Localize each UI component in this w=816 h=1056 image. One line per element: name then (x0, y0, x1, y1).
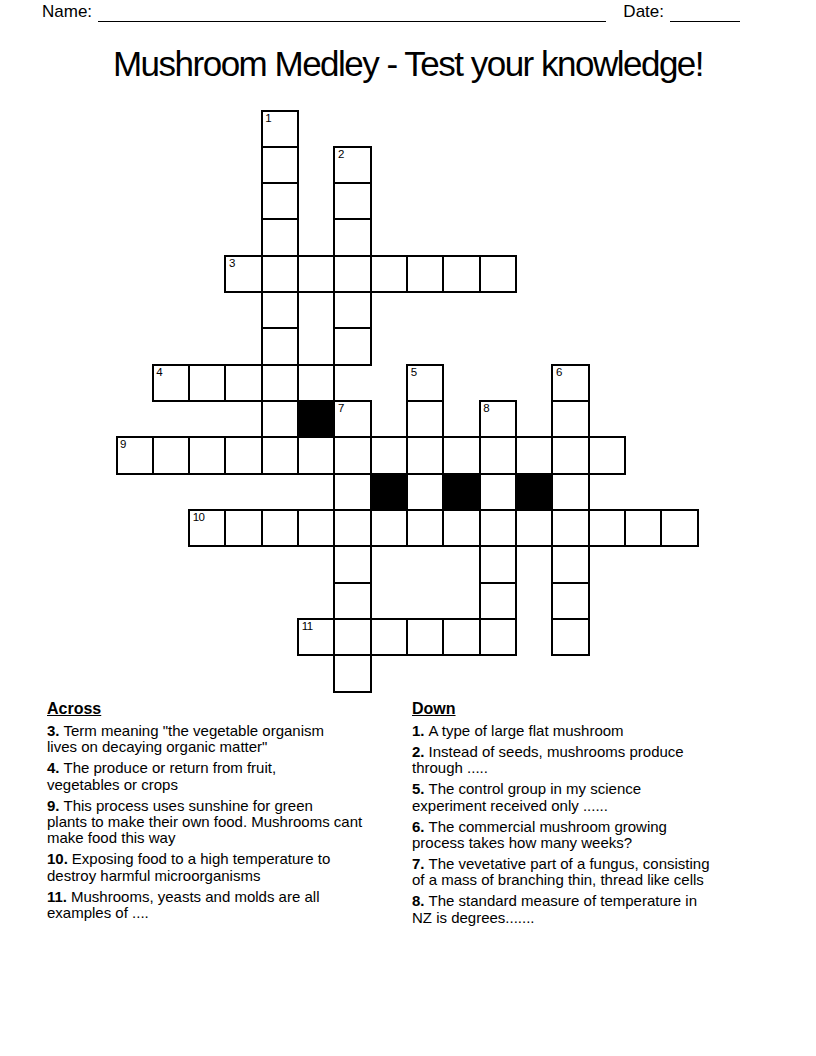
grid-cell[interactable] (333, 473, 371, 511)
clue-item: 6.The commercial mushroom growing proces… (412, 819, 804, 852)
grid-cell[interactable] (588, 509, 626, 547)
grid-cell[interactable] (479, 618, 517, 656)
black-cell (370, 473, 408, 511)
grid-cell[interactable]: 7 (333, 400, 371, 438)
grid-cell[interactable]: 9 (116, 436, 154, 474)
grid-cell[interactable] (406, 255, 444, 293)
cell-number: 8 (483, 402, 489, 415)
clue-number: 6. (412, 818, 425, 835)
clue-text: The control group in my science experime… (412, 780, 641, 813)
grid-cell[interactable] (370, 436, 408, 474)
cell-number: 1 (265, 112, 271, 125)
clue-text: The vevetative part of a fungus, consist… (412, 855, 710, 888)
across-heading: Across (47, 700, 412, 718)
clue-text: Exposing food to a high temperature to d… (47, 850, 330, 883)
clue-text: The commercial mushroom growing process … (412, 818, 667, 851)
clue-text: A type of large flat mushroom (429, 722, 624, 739)
grid-cell[interactable] (297, 364, 335, 402)
clue-number: 2. (412, 743, 425, 760)
grid-cell[interactable] (551, 582, 589, 620)
clue-number: 1. (412, 722, 425, 739)
grid-cell[interactable]: 11 (297, 618, 335, 656)
across-clue-list: 3.Term meaning "the vegetable organism l… (47, 723, 412, 921)
grid-cell[interactable] (551, 436, 589, 474)
grid-cell[interactable] (261, 364, 299, 402)
grid-cell[interactable] (551, 618, 589, 656)
grid-cell[interactable] (442, 255, 480, 293)
grid-cell[interactable] (261, 218, 299, 256)
clue-item: 4.The produce or return from fruit, vege… (47, 760, 412, 793)
grid-cell[interactable] (261, 400, 299, 438)
worksheet-page: Name: Date: Mushroom Medley - Test your … (0, 0, 816, 1056)
grid-cell[interactable] (333, 618, 371, 656)
grid-cell[interactable] (551, 473, 589, 511)
cell-number: 2 (338, 148, 344, 161)
grid-cell[interactable] (333, 582, 371, 620)
grid-cell[interactable] (333, 509, 371, 547)
grid-cell[interactable] (333, 218, 371, 256)
clue-item: 2.Instead of seeds, mushrooms produce th… (412, 744, 804, 777)
grid-cell[interactable]: 5 (406, 364, 444, 402)
grid-cell[interactable]: 2 (333, 146, 371, 184)
cell-number: 9 (120, 438, 126, 451)
clue-text: The standard measure of temperature in N… (412, 892, 697, 925)
black-cell (297, 400, 335, 438)
clue-item: 7.The vevetative part of a fungus, consi… (412, 856, 804, 889)
clue-number: 4. (47, 759, 60, 776)
grid-cell[interactable] (224, 436, 262, 474)
clue-number: 10. (47, 850, 68, 867)
clue-item: 9.This process uses sunshine for green p… (47, 798, 412, 847)
black-cell (515, 473, 553, 511)
grid-cell[interactable]: 3 (224, 255, 262, 293)
grid-cell[interactable] (188, 436, 226, 474)
grid-cell[interactable] (660, 509, 698, 547)
down-heading: Down (412, 700, 804, 718)
grid-cell[interactable] (442, 618, 480, 656)
cell-number: 7 (338, 402, 344, 415)
grid-cell[interactable] (333, 182, 371, 220)
clue-number: 11. (47, 888, 67, 905)
grid-cell[interactable] (261, 182, 299, 220)
grid-cell[interactable] (370, 618, 408, 656)
grid-cell[interactable] (515, 509, 553, 547)
date-label: Date: (623, 1, 664, 22)
grid-cell[interactable] (297, 509, 335, 547)
grid-cell[interactable] (370, 255, 408, 293)
grid-cell[interactable] (442, 436, 480, 474)
clue-item: 3.Term meaning "the vegetable organism l… (47, 723, 412, 756)
date-input-line[interactable] (670, 2, 740, 22)
cell-number: 10 (193, 511, 205, 524)
clue-text: Instead of seeds, mushrooms produce thro… (412, 743, 684, 776)
clue-text: This process uses sunshine for green pla… (47, 797, 362, 847)
grid-cell[interactable] (333, 327, 371, 365)
grid-cell[interactable] (224, 364, 262, 402)
clue-item: 10.Exposing food to a high temperature t… (47, 851, 412, 884)
down-clue-list: 1.A type of large flat mushroom2.Instead… (412, 723, 804, 926)
grid-cell[interactable] (442, 509, 480, 547)
grid-cell[interactable]: 10 (188, 509, 226, 547)
cell-number: 6 (556, 366, 562, 379)
clue-number: 7. (412, 855, 425, 872)
grid-cell[interactable] (261, 291, 299, 329)
grid-cell[interactable] (333, 255, 371, 293)
name-date-row: Name: Date: (42, 1, 740, 22)
grid-cell[interactable] (261, 436, 299, 474)
grid-cell[interactable]: 6 (551, 364, 589, 402)
grid-cell[interactable] (551, 545, 589, 583)
clue-text: Term meaning "the vegetable organism liv… (47, 722, 324, 755)
grid-cell[interactable]: 4 (152, 364, 190, 402)
grid-cell[interactable] (406, 509, 444, 547)
cell-number: 5 (411, 366, 417, 379)
grid-cell[interactable] (479, 255, 517, 293)
grid-cell[interactable] (261, 146, 299, 184)
grid-cell[interactable] (551, 400, 589, 438)
grid-cell[interactable] (588, 436, 626, 474)
grid-cell[interactable] (515, 436, 553, 474)
grid-cell[interactable] (333, 436, 371, 474)
grid-cell[interactable] (479, 509, 517, 547)
grid-cell[interactable] (370, 509, 408, 547)
grid-cell[interactable] (261, 327, 299, 365)
grid-cell[interactable] (333, 545, 371, 583)
grid-cell[interactable] (261, 509, 299, 547)
grid-cell[interactable] (479, 582, 517, 620)
black-cell (442, 473, 480, 511)
grid-cell[interactable] (333, 291, 371, 329)
grid-cell[interactable] (406, 400, 444, 438)
grid-cell[interactable] (551, 509, 589, 547)
across-clues-section: Across 3.Term meaning "the vegetable org… (47, 700, 412, 926)
grid-cell[interactable] (406, 436, 444, 474)
grid-cell[interactable] (261, 255, 299, 293)
grid-cell[interactable]: 8 (479, 400, 517, 438)
cell-number: 11 (302, 620, 313, 633)
name-input-line[interactable] (98, 2, 606, 22)
grid-cell[interactable] (624, 509, 662, 547)
clue-text: The produce or return from fruit, vegeta… (47, 759, 276, 792)
grid-cell[interactable] (333, 654, 371, 692)
grid-cell[interactable] (479, 473, 517, 511)
grid-cell[interactable] (297, 436, 335, 474)
grid-cell[interactable] (406, 618, 444, 656)
grid-cell[interactable] (152, 436, 190, 474)
down-clues-section: Down 1.A type of large flat mushroom2.In… (412, 700, 804, 930)
grid-cell[interactable] (297, 255, 335, 293)
grid-cell[interactable] (224, 509, 262, 547)
clue-number: 8. (412, 892, 425, 909)
grid-cell[interactable] (479, 436, 517, 474)
clue-number: 3. (47, 722, 60, 739)
clue-item: 5.The control group in my science experi… (412, 781, 804, 814)
cell-number: 3 (229, 257, 235, 270)
clue-text: Mushrooms, yeasts and molds are all exam… (47, 888, 319, 921)
grid-cell[interactable]: 1 (261, 110, 299, 148)
grid-cell[interactable] (188, 364, 226, 402)
clue-item: 11.Mushrooms, yeasts and molds are all e… (47, 889, 412, 922)
grid-cell[interactable] (479, 545, 517, 583)
clue-number: 5. (412, 780, 425, 797)
clue-item: 8.The standard measure of temperature in… (412, 893, 804, 926)
name-label: Name: (42, 1, 92, 22)
clue-number: 9. (47, 797, 60, 814)
cell-number: 4 (156, 366, 162, 379)
grid-cell[interactable] (406, 473, 444, 511)
page-title: Mushroom Medley - Test your knowledge! (0, 44, 816, 84)
clue-item: 1.A type of large flat mushroom (412, 723, 804, 739)
